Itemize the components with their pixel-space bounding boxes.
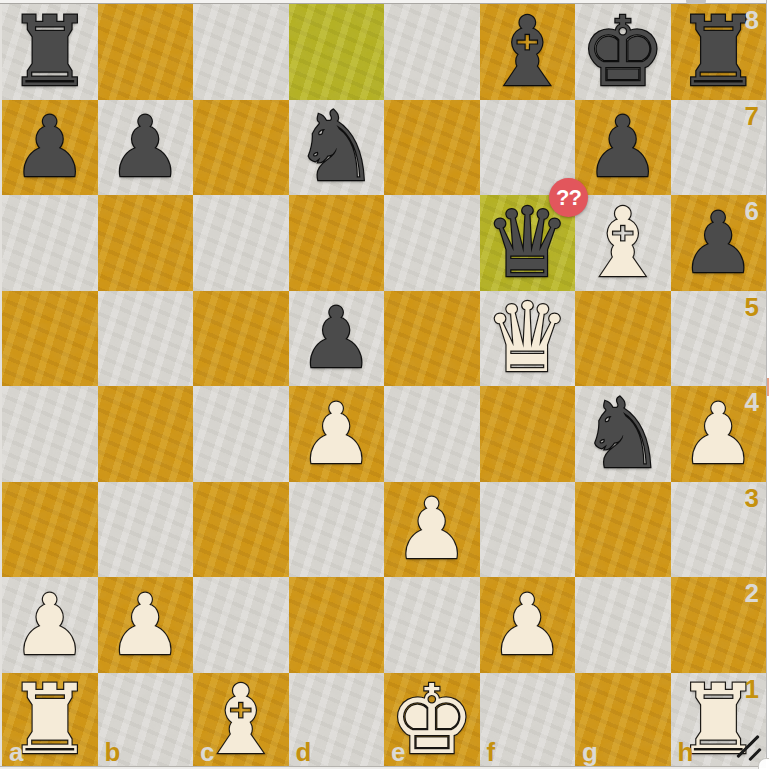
square-f6[interactable]: ♛?? bbox=[480, 195, 576, 291]
square-e7[interactable] bbox=[384, 100, 480, 196]
piece-white-pawn-d4[interactable]: ♟ bbox=[289, 386, 385, 482]
square-d2[interactable] bbox=[289, 577, 385, 673]
square-a4[interactable] bbox=[2, 386, 98, 482]
piece-white-king-e1[interactable]: ♚ bbox=[384, 673, 480, 769]
square-d8[interactable] bbox=[289, 4, 385, 100]
square-e4[interactable] bbox=[384, 386, 480, 482]
piece-white-pawn-a2[interactable]: ♟ bbox=[2, 577, 98, 673]
square-a2[interactable]: ♟ bbox=[2, 577, 98, 673]
chess-board: ♜♝♚♜8♟♟♞♟7♛??♝♟6♟♛5♟♞♟4♟3♟♟♟2♜ab♝cd♚efg♜… bbox=[2, 4, 766, 768]
square-e2[interactable] bbox=[384, 577, 480, 673]
square-f1[interactable]: f bbox=[480, 673, 576, 769]
square-a8[interactable]: ♜ bbox=[2, 4, 98, 100]
piece-black-rook-a8[interactable]: ♜ bbox=[2, 4, 98, 100]
square-c6[interactable] bbox=[193, 195, 289, 291]
square-b4[interactable] bbox=[98, 386, 194, 482]
square-g1[interactable]: g bbox=[575, 673, 671, 769]
square-d1[interactable]: d bbox=[289, 673, 385, 769]
piece-black-rook-h8[interactable]: ♜ bbox=[671, 4, 767, 100]
square-a6[interactable] bbox=[2, 195, 98, 291]
coord-rank-5: 5 bbox=[745, 294, 759, 320]
piece-white-bishop-c1[interactable]: ♝ bbox=[193, 673, 289, 769]
square-b8[interactable] bbox=[98, 4, 194, 100]
square-e3[interactable]: ♟ bbox=[384, 482, 480, 578]
analysis-board-window: ♜♝♚♜8♟♟♞♟7♛??♝♟6♟♛5♟♞♟4♟3♟♟♟2♜ab♝cd♚efg♜… bbox=[0, 0, 769, 769]
coord-file-d: d bbox=[296, 739, 312, 765]
square-d5[interactable]: ♟ bbox=[289, 291, 385, 387]
square-f4[interactable] bbox=[480, 386, 576, 482]
square-h4[interactable]: ♟4 bbox=[671, 386, 767, 482]
square-c5[interactable] bbox=[193, 291, 289, 387]
square-d6[interactable] bbox=[289, 195, 385, 291]
square-c8[interactable] bbox=[193, 4, 289, 100]
piece-white-pawn-f2[interactable]: ♟ bbox=[480, 577, 576, 673]
square-g2[interactable] bbox=[575, 577, 671, 673]
square-e1[interactable]: ♚e bbox=[384, 673, 480, 769]
coord-file-f: f bbox=[487, 739, 496, 765]
square-d4[interactable]: ♟ bbox=[289, 386, 385, 482]
square-g4[interactable]: ♞ bbox=[575, 386, 671, 482]
piece-white-rook-a1[interactable]: ♜ bbox=[2, 673, 98, 769]
coord-rank-2: 2 bbox=[745, 580, 759, 606]
square-g5[interactable] bbox=[575, 291, 671, 387]
square-c2[interactable] bbox=[193, 577, 289, 673]
piece-white-pawn-b2[interactable]: ♟ bbox=[98, 577, 194, 673]
piece-black-pawn-b7[interactable]: ♟ bbox=[98, 100, 194, 196]
square-b6[interactable] bbox=[98, 195, 194, 291]
square-h7[interactable]: 7 bbox=[671, 100, 767, 196]
coord-file-b: b bbox=[105, 739, 121, 765]
coord-rank-3: 3 bbox=[745, 485, 759, 511]
square-h5[interactable]: 5 bbox=[671, 291, 767, 387]
square-a7[interactable]: ♟ bbox=[2, 100, 98, 196]
square-b5[interactable] bbox=[98, 291, 194, 387]
square-h8[interactable]: ♜8 bbox=[671, 4, 767, 100]
square-h2[interactable]: 2 bbox=[671, 577, 767, 673]
piece-white-queen-f5[interactable]: ♛ bbox=[480, 291, 576, 387]
square-h6[interactable]: ♟6 bbox=[671, 195, 767, 291]
board-resize-handle[interactable] bbox=[732, 730, 766, 764]
square-a1[interactable]: ♜a bbox=[2, 673, 98, 769]
square-d3[interactable] bbox=[289, 482, 385, 578]
square-c3[interactable] bbox=[193, 482, 289, 578]
piece-white-bishop-g6[interactable]: ♝ bbox=[575, 195, 671, 291]
square-b3[interactable] bbox=[98, 482, 194, 578]
square-g3[interactable] bbox=[575, 482, 671, 578]
piece-black-pawn-a7[interactable]: ♟ bbox=[2, 100, 98, 196]
square-b2[interactable]: ♟ bbox=[98, 577, 194, 673]
coord-file-g: g bbox=[582, 739, 598, 765]
piece-white-pawn-h4[interactable]: ♟ bbox=[671, 386, 767, 482]
piece-black-pawn-g7[interactable]: ♟ bbox=[575, 100, 671, 196]
square-h3[interactable]: 3 bbox=[671, 482, 767, 578]
piece-white-pawn-e3[interactable]: ♟ bbox=[384, 482, 480, 578]
square-e8[interactable] bbox=[384, 4, 480, 100]
square-a5[interactable] bbox=[2, 291, 98, 387]
piece-black-pawn-h6[interactable]: ♟ bbox=[671, 195, 767, 291]
square-f2[interactable]: ♟ bbox=[480, 577, 576, 673]
square-b7[interactable]: ♟ bbox=[98, 100, 194, 196]
piece-black-knight-g4[interactable]: ♞ bbox=[575, 386, 671, 482]
square-b1[interactable]: b bbox=[98, 673, 194, 769]
square-g6[interactable]: ♝ bbox=[575, 195, 671, 291]
square-f5[interactable]: ♛ bbox=[480, 291, 576, 387]
square-c7[interactable] bbox=[193, 100, 289, 196]
square-f3[interactable] bbox=[480, 482, 576, 578]
square-f8[interactable]: ♝ bbox=[480, 4, 576, 100]
square-c4[interactable] bbox=[193, 386, 289, 482]
square-e6[interactable] bbox=[384, 195, 480, 291]
square-d7[interactable]: ♞ bbox=[289, 100, 385, 196]
square-g7[interactable]: ♟ bbox=[575, 100, 671, 196]
piece-black-king-g8[interactable]: ♚ bbox=[575, 4, 671, 100]
square-a3[interactable] bbox=[2, 482, 98, 578]
square-c1[interactable]: ♝c bbox=[193, 673, 289, 769]
piece-black-pawn-d5[interactable]: ♟ bbox=[289, 291, 385, 387]
piece-black-knight-d7[interactable]: ♞ bbox=[289, 100, 385, 196]
square-g8[interactable]: ♚ bbox=[575, 4, 671, 100]
blunder-badge: ?? bbox=[549, 178, 588, 217]
square-e5[interactable] bbox=[384, 291, 480, 387]
piece-black-bishop-f8[interactable]: ♝ bbox=[480, 4, 576, 100]
